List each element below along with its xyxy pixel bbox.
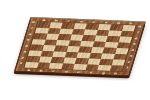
coordinate-label: 1 — [123, 66, 131, 72]
playing-field — [23, 21, 137, 72]
coordinate-label: b — [35, 69, 48, 72]
coordinate-label: a — [22, 68, 35, 71]
coordinate-label: g — [97, 71, 110, 74]
coordinate-label: d — [60, 70, 73, 73]
chessboard: abcdefgh abcdefgh 87654321 87654321 — [14, 17, 146, 76]
coordinate-label: f — [84, 71, 97, 74]
square-h1[interactable] — [109, 65, 123, 71]
coordinate-label: h — [109, 72, 122, 75]
coordinate-label: c — [47, 69, 60, 72]
coordinate-label: e — [72, 70, 85, 73]
